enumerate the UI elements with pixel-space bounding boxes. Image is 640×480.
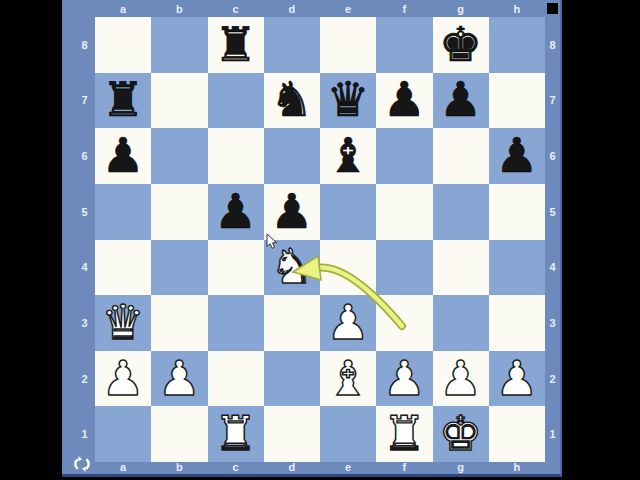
coordinate-label: 2 bbox=[74, 351, 95, 407]
square-b1[interactable] bbox=[151, 406, 207, 462]
piece-white-queen-a3: ♛ bbox=[102, 298, 145, 346]
piece-white-rook-f1: ♜ bbox=[383, 409, 426, 457]
coordinate-label: 4 bbox=[74, 240, 95, 296]
piece-black-rook-a7: ♜ bbox=[102, 75, 145, 123]
file-labels-bottom: abcdefgh bbox=[95, 460, 545, 474]
coordinate-label: 5 bbox=[545, 184, 560, 240]
coordinate-label: 5 bbox=[74, 184, 95, 240]
square-d5[interactable]: ♟ bbox=[264, 184, 320, 240]
square-c5[interactable]: ♟ bbox=[208, 184, 264, 240]
file-labels-top: abcdefgh bbox=[95, 0, 545, 17]
coordinate-label: e bbox=[320, 460, 376, 474]
square-c6[interactable] bbox=[208, 128, 264, 184]
square-d3[interactable] bbox=[264, 295, 320, 351]
square-e4[interactable] bbox=[320, 240, 376, 296]
piece-white-knight-d4: ♞ bbox=[270, 242, 313, 290]
square-e7[interactable]: ♛ bbox=[320, 73, 376, 129]
coordinate-label: f bbox=[376, 0, 432, 17]
piece-black-pawn-h6: ♟ bbox=[495, 131, 538, 179]
coordinate-label: 1 bbox=[74, 406, 95, 462]
coordinate-label: 6 bbox=[545, 128, 560, 184]
board-squares: ♜♚♜♞♛♟♟♟♝♟♟♟♞♛♟♟♟♝♟♟♟♜♜♚ bbox=[95, 17, 545, 462]
coordinate-label: h bbox=[489, 0, 545, 17]
coordinate-label: 7 bbox=[545, 73, 560, 129]
square-g6[interactable] bbox=[433, 128, 489, 184]
piece-black-knight-d7: ♞ bbox=[270, 75, 313, 123]
square-a5[interactable] bbox=[95, 184, 151, 240]
square-a4[interactable] bbox=[95, 240, 151, 296]
square-d7[interactable]: ♞ bbox=[264, 73, 320, 129]
coordinate-label: 3 bbox=[545, 295, 560, 351]
coordinate-label: 1 bbox=[545, 406, 560, 462]
square-a8[interactable] bbox=[95, 17, 151, 73]
coordinate-label: b bbox=[151, 0, 207, 17]
coordinate-label: e bbox=[320, 0, 376, 17]
piece-black-pawn-c5: ♟ bbox=[214, 187, 257, 235]
square-h4[interactable] bbox=[489, 240, 545, 296]
square-d6[interactable] bbox=[264, 128, 320, 184]
coordinate-label: g bbox=[433, 0, 489, 17]
piece-white-pawn-e3: ♟ bbox=[327, 298, 370, 346]
square-a6[interactable]: ♟ bbox=[95, 128, 151, 184]
square-e1[interactable] bbox=[320, 406, 376, 462]
square-c4[interactable] bbox=[208, 240, 264, 296]
square-g2[interactable]: ♟ bbox=[433, 351, 489, 407]
piece-black-king-g8: ♚ bbox=[439, 20, 482, 68]
square-a7[interactable]: ♜ bbox=[95, 73, 151, 129]
square-c1[interactable]: ♜ bbox=[208, 406, 264, 462]
square-h7[interactable] bbox=[489, 73, 545, 129]
coordinate-label: c bbox=[208, 460, 264, 474]
square-e8[interactable] bbox=[320, 17, 376, 73]
piece-black-pawn-a6: ♟ bbox=[102, 131, 145, 179]
coordinate-label: a bbox=[95, 0, 151, 17]
square-f5[interactable] bbox=[376, 184, 432, 240]
square-g5[interactable] bbox=[433, 184, 489, 240]
coordinate-label: h bbox=[489, 460, 545, 474]
square-a3[interactable]: ♛ bbox=[95, 295, 151, 351]
piece-white-pawn-b2: ♟ bbox=[158, 354, 201, 402]
square-d8[interactable] bbox=[264, 17, 320, 73]
square-b6[interactable] bbox=[151, 128, 207, 184]
video-frame: abcdefgh 87654321 87654321 abcdefgh ♜♚♜♞… bbox=[0, 0, 640, 480]
piece-black-rook-c8: ♜ bbox=[214, 20, 257, 68]
square-f1[interactable]: ♜ bbox=[376, 406, 432, 462]
piece-white-pawn-g2: ♟ bbox=[439, 354, 482, 402]
coordinate-label: 7 bbox=[74, 73, 95, 129]
square-b7[interactable] bbox=[151, 73, 207, 129]
piece-black-pawn-g7: ♟ bbox=[439, 75, 482, 123]
square-f4[interactable] bbox=[376, 240, 432, 296]
coordinate-label: 2 bbox=[545, 351, 560, 407]
coordinate-label: d bbox=[264, 460, 320, 474]
square-c7[interactable] bbox=[208, 73, 264, 129]
square-b3[interactable] bbox=[151, 295, 207, 351]
piece-white-pawn-h2: ♟ bbox=[495, 354, 538, 402]
square-b8[interactable] bbox=[151, 17, 207, 73]
square-h3[interactable] bbox=[489, 295, 545, 351]
coordinate-label: a bbox=[95, 460, 151, 474]
square-d1[interactable] bbox=[264, 406, 320, 462]
coordinate-label: c bbox=[208, 0, 264, 17]
coordinate-label: 6 bbox=[74, 128, 95, 184]
square-g7[interactable]: ♟ bbox=[433, 73, 489, 129]
rank-labels-right: 87654321 bbox=[545, 17, 560, 462]
piece-white-rook-c1: ♜ bbox=[214, 409, 257, 457]
square-a1[interactable] bbox=[95, 406, 151, 462]
square-h8[interactable] bbox=[489, 17, 545, 73]
square-b5[interactable] bbox=[151, 184, 207, 240]
square-a2[interactable]: ♟ bbox=[95, 351, 151, 407]
square-f2[interactable]: ♟ bbox=[376, 351, 432, 407]
square-e5[interactable] bbox=[320, 184, 376, 240]
square-f3[interactable] bbox=[376, 295, 432, 351]
coordinate-label: 8 bbox=[545, 17, 560, 73]
square-g8[interactable]: ♚ bbox=[433, 17, 489, 73]
coordinate-label: b bbox=[151, 460, 207, 474]
coordinate-label: 8 bbox=[74, 17, 95, 73]
piece-black-pawn-d5: ♟ bbox=[270, 187, 313, 235]
piece-white-bishop-e2: ♝ bbox=[327, 354, 370, 402]
piece-black-bishop-e6: ♝ bbox=[327, 131, 370, 179]
square-h2[interactable]: ♟ bbox=[489, 351, 545, 407]
piece-black-pawn-f7: ♟ bbox=[383, 75, 426, 123]
coordinate-label: d bbox=[264, 0, 320, 17]
square-c8[interactable]: ♜ bbox=[208, 17, 264, 73]
piece-white-king-g1: ♚ bbox=[439, 409, 482, 457]
square-c3[interactable] bbox=[208, 295, 264, 351]
square-e3[interactable]: ♟ bbox=[320, 295, 376, 351]
square-f8[interactable] bbox=[376, 17, 432, 73]
coordinate-label: f bbox=[376, 460, 432, 474]
square-g1[interactable]: ♚ bbox=[433, 406, 489, 462]
square-g3[interactable] bbox=[433, 295, 489, 351]
square-b2[interactable]: ♟ bbox=[151, 351, 207, 407]
black-to-move-indicator bbox=[547, 3, 558, 14]
square-f6[interactable] bbox=[376, 128, 432, 184]
coordinate-label: g bbox=[433, 460, 489, 474]
square-d4[interactable]: ♞ bbox=[264, 240, 320, 296]
square-f7[interactable]: ♟ bbox=[376, 73, 432, 129]
chess-board: abcdefgh 87654321 87654321 abcdefgh ♜♚♜♞… bbox=[62, 0, 562, 477]
piece-black-queen-e7: ♛ bbox=[327, 75, 370, 123]
square-e6[interactable]: ♝ bbox=[320, 128, 376, 184]
square-h5[interactable] bbox=[489, 184, 545, 240]
piece-white-pawn-f2: ♟ bbox=[383, 354, 426, 402]
square-g4[interactable] bbox=[433, 240, 489, 296]
square-d2[interactable] bbox=[264, 351, 320, 407]
coordinate-label: 4 bbox=[545, 240, 560, 296]
rank-labels-left: 87654321 bbox=[62, 17, 95, 462]
flip-board-icon[interactable] bbox=[73, 455, 91, 473]
square-b4[interactable] bbox=[151, 240, 207, 296]
square-c2[interactable] bbox=[208, 351, 264, 407]
coordinate-label: 3 bbox=[74, 295, 95, 351]
square-h6[interactable]: ♟ bbox=[489, 128, 545, 184]
square-h1[interactable] bbox=[489, 406, 545, 462]
square-e2[interactable]: ♝ bbox=[320, 351, 376, 407]
piece-white-pawn-a2: ♟ bbox=[102, 354, 145, 402]
